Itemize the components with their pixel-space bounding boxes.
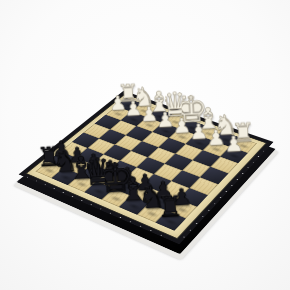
piece-shadow [157,127,175,136]
piece-shadow [110,110,127,118]
piece-shadow [167,118,184,127]
piece-shadow [89,186,108,197]
chess-board-3d: ♜♟♞♟♝♟♛♟♚♟♝♟♟♞♜♟♟♜♞♟♟♝♟♛♟♚♟♝♟♞♟♜ [18,91,273,245]
piece-shadow [136,107,153,115]
perspective-scene: ♜♟♞♟♝♟♛♟♚♟♝♟♟♞♜♟♟♜♞♟♟♝♟♛♟♚♟♝♟♞♟♜ [0,0,290,290]
piece-shadow [120,102,137,110]
piece-shadow [142,208,162,220]
piece-shadow [56,172,75,182]
chess-set-product-photo: ♜♟♞♟♝♟♛♟♚♟♝♟♟♞♜♟♟♜♞♟♟♝♟♛♟♚♟♝♟♞♟♜ [0,0,290,290]
piece-shadow [190,139,208,148]
camera-tilt: ♜♟♞♟♝♟♛♟♚♟♝♟♟♞♜♟♟♜♞♟♟♝♟♛♟♚♟♝♟♞♟♜ [0,0,290,290]
piece-shadow [106,193,125,204]
piece-shadow [154,197,174,208]
piece-shadow [161,216,181,228]
